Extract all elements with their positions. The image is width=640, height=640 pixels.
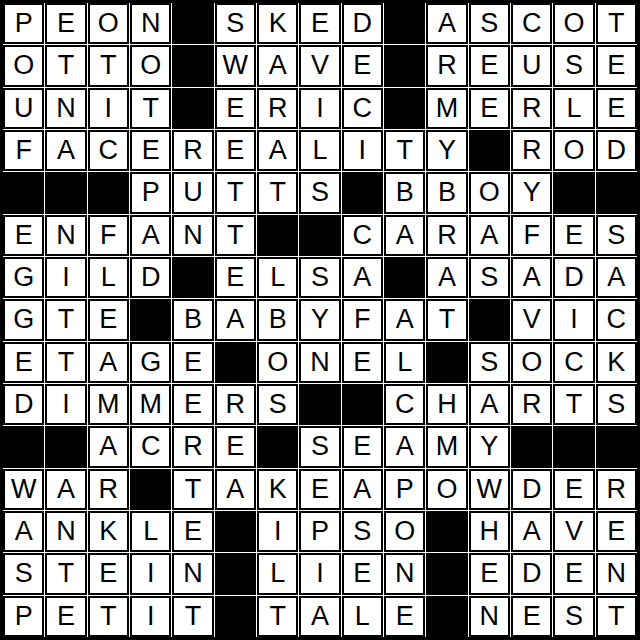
letter-cell-r4c1[interactable]: F: [3, 130, 44, 171]
letter-cell-r7c8[interactable]: S: [299, 257, 340, 298]
letter-cell-r3c6[interactable]: E: [215, 88, 256, 129]
letter-cell-r14c14[interactable]: E: [553, 553, 594, 594]
letter-cell-r10c10[interactable]: C: [384, 384, 425, 425]
letter-cell-r14c8[interactable]: I: [299, 553, 340, 594]
letter-cell-r7c6[interactable]: E: [215, 257, 256, 298]
letter-cell-r2c9[interactable]: E: [342, 45, 383, 86]
letter-cell-r1c7[interactable]: K: [257, 3, 298, 44]
letter-cell-r13c10[interactable]: O: [384, 511, 425, 552]
letter-cell-r13c13[interactable]: A: [511, 511, 552, 552]
letter-cell-r7c13[interactable]: A: [511, 257, 552, 298]
letter-cell-r14c3[interactable]: E: [88, 553, 129, 594]
letter-cell-r10c11[interactable]: H: [426, 384, 467, 425]
letter-cell-r7c3[interactable]: L: [88, 257, 129, 298]
letter-cell-r10c6[interactable]: R: [215, 384, 256, 425]
letter-cell-r2c13[interactable]: U: [511, 45, 552, 86]
letter-cell-r4c10[interactable]: T: [384, 130, 425, 171]
letter-cell-r3c14[interactable]: L: [553, 88, 594, 129]
letter-cell-r12c9[interactable]: A: [342, 469, 383, 510]
black-cell-r9c6: [215, 342, 256, 383]
letter-cell-r1c9[interactable]: D: [342, 3, 383, 44]
letter-cell-r6c6[interactable]: T: [215, 215, 256, 256]
black-cell-r11c2: [45, 426, 86, 467]
letter-cell-r12c7[interactable]: K: [257, 469, 298, 510]
letter-cell-r5c8[interactable]: S: [299, 172, 340, 213]
letter-cell-r13c14[interactable]: V: [553, 511, 594, 552]
letter-cell-r4c11[interactable]: Y: [426, 130, 467, 171]
letter-cell-r2c3[interactable]: T: [88, 45, 129, 86]
letter-cell-r14c2[interactable]: T: [45, 553, 86, 594]
black-cell-r8c4: [130, 299, 171, 340]
letter-cell-r1c13[interactable]: C: [511, 3, 552, 44]
letter-cell-r8c9[interactable]: F: [342, 299, 383, 340]
letter-cell-r6c14[interactable]: E: [553, 215, 594, 256]
letter-cell-r2c14[interactable]: S: [553, 45, 594, 86]
letter-cell-r13c3[interactable]: K: [88, 511, 129, 552]
letter-cell-r2c7[interactable]: A: [257, 45, 298, 86]
letter-cell-r6c13[interactable]: F: [511, 215, 552, 256]
letter-cell-r12c6[interactable]: A: [215, 469, 256, 510]
letter-cell-r6c4[interactable]: A: [130, 215, 171, 256]
letter-cell-r12c3[interactable]: R: [88, 469, 129, 510]
letter-cell-r14c9[interactable]: E: [342, 553, 383, 594]
letter-cell-r13c2[interactable]: N: [45, 511, 86, 552]
letter-cell-r7c1[interactable]: G: [3, 257, 44, 298]
letter-cell-r5c13[interactable]: Y: [511, 172, 552, 213]
letter-cell-r6c2[interactable]: N: [45, 215, 86, 256]
letter-cell-r10c7[interactable]: S: [257, 384, 298, 425]
letter-cell-r13c15[interactable]: E: [596, 511, 637, 552]
letter-cell-r1c2[interactable]: E: [45, 3, 86, 44]
letter-cell-r11c9[interactable]: E: [342, 426, 383, 467]
black-cell-r1c10: [384, 3, 425, 44]
crossword-grid: PEONSKEDASCOTOTTOWAVEREUSEUNITERICMERLEF…: [0, 0, 640, 640]
letter-cell-r4c7[interactable]: A: [257, 130, 298, 171]
letter-cell-r14c1[interactable]: S: [3, 553, 44, 594]
letter-cell-r4c15[interactable]: D: [596, 130, 637, 171]
black-cell-r11c15: [596, 426, 637, 467]
letter-cell-r9c8[interactable]: N: [299, 342, 340, 383]
letter-cell-r6c5[interactable]: N: [172, 215, 213, 256]
letter-cell-r4c3[interactable]: C: [88, 130, 129, 171]
letter-cell-r10c15[interactable]: S: [596, 384, 637, 425]
letter-cell-r13c9[interactable]: S: [342, 511, 383, 552]
letter-cell-r4c5[interactable]: R: [172, 130, 213, 171]
letter-cell-r5c10[interactable]: B: [384, 172, 425, 213]
letter-cell-r15c4[interactable]: I: [130, 596, 171, 637]
letter-cell-r3c13[interactable]: R: [511, 88, 552, 129]
black-cell-r9c11: [426, 342, 467, 383]
letter-cell-r6c1[interactable]: E: [3, 215, 44, 256]
black-cell-r14c11: [426, 553, 467, 594]
black-cell-r13c11: [426, 511, 467, 552]
black-cell-r11c13: [511, 426, 552, 467]
letter-cell-r10c1[interactable]: D: [3, 384, 44, 425]
black-cell-r5c3: [88, 172, 129, 213]
black-cell-r6c7: [257, 215, 298, 256]
letter-cell-r5c5[interactable]: U: [172, 172, 213, 213]
letter-cell-r4c6[interactable]: E: [215, 130, 256, 171]
black-cell-r11c14: [553, 426, 594, 467]
letter-cell-r12c15[interactable]: R: [596, 469, 637, 510]
letter-cell-r1c6[interactable]: S: [215, 3, 256, 44]
black-cell-r14c6: [215, 553, 256, 594]
letter-cell-r3c7[interactable]: R: [257, 88, 298, 129]
black-cell-r5c15: [596, 172, 637, 213]
letter-cell-r8c5[interactable]: B: [172, 299, 213, 340]
black-cell-r10c8: [299, 384, 340, 425]
letter-cell-r15c12[interactable]: N: [469, 596, 510, 637]
letter-cell-r12c8[interactable]: E: [299, 469, 340, 510]
letter-cell-r3c12[interactable]: E: [469, 88, 510, 129]
letter-cell-r3c11[interactable]: M: [426, 88, 467, 129]
letter-cell-r8c10[interactable]: A: [384, 299, 425, 340]
black-cell-r1c5: [172, 3, 213, 44]
letter-cell-r12c13[interactable]: D: [511, 469, 552, 510]
black-cell-r15c6: [215, 596, 256, 637]
letter-cell-r6c11[interactable]: R: [426, 215, 467, 256]
letter-cell-r9c12[interactable]: S: [469, 342, 510, 383]
letter-cell-r7c9[interactable]: A: [342, 257, 383, 298]
letter-cell-r8c6[interactable]: A: [215, 299, 256, 340]
letter-cell-r6c3[interactable]: F: [88, 215, 129, 256]
letter-cell-r9c3[interactable]: A: [88, 342, 129, 383]
letter-cell-r7c11[interactable]: A: [426, 257, 467, 298]
letter-cell-r8c1[interactable]: G: [3, 299, 44, 340]
letter-cell-r9c9[interactable]: E: [342, 342, 383, 383]
letter-cell-r15c14[interactable]: S: [553, 596, 594, 637]
black-cell-r3c10: [384, 88, 425, 129]
letter-cell-r9c7[interactable]: O: [257, 342, 298, 383]
letter-cell-r15c15[interactable]: T: [596, 596, 637, 637]
black-cell-r5c14: [553, 172, 594, 213]
black-cell-r11c7: [257, 426, 298, 467]
letter-cell-r9c2[interactable]: T: [45, 342, 86, 383]
letter-cell-r12c11[interactable]: O: [426, 469, 467, 510]
letter-cell-r14c4[interactable]: I: [130, 553, 171, 594]
letter-cell-r1c1[interactable]: P: [3, 3, 44, 44]
letter-cell-r2c11[interactable]: R: [426, 45, 467, 86]
letter-cell-r15c10[interactable]: E: [384, 596, 425, 637]
letter-cell-r2c2[interactable]: T: [45, 45, 86, 86]
letter-cell-r10c13[interactable]: R: [511, 384, 552, 425]
letter-cell-r11c5[interactable]: R: [172, 426, 213, 467]
letter-cell-r9c13[interactable]: O: [511, 342, 552, 383]
letter-cell-r5c11[interactable]: B: [426, 172, 467, 213]
letter-cell-r3c15[interactable]: E: [596, 88, 637, 129]
letter-cell-r6c12[interactable]: A: [469, 215, 510, 256]
letter-cell-r2c15[interactable]: E: [596, 45, 637, 86]
letter-cell-r7c14[interactable]: D: [553, 257, 594, 298]
letter-cell-r7c7[interactable]: L: [257, 257, 298, 298]
letter-cell-r12c5[interactable]: T: [172, 469, 213, 510]
letter-cell-r1c14[interactable]: O: [553, 3, 594, 44]
letter-cell-r1c12[interactable]: S: [469, 3, 510, 44]
letter-cell-r14c12[interactable]: E: [469, 553, 510, 594]
letter-cell-r10c4[interactable]: M: [130, 384, 171, 425]
letter-cell-r11c3[interactable]: A: [88, 426, 129, 467]
letter-cell-r2c4[interactable]: O: [130, 45, 171, 86]
letter-cell-r8c13[interactable]: V: [511, 299, 552, 340]
letter-cell-r2c1[interactable]: O: [3, 45, 44, 86]
letter-cell-r2c8[interactable]: V: [299, 45, 340, 86]
black-cell-r6c8: [299, 215, 340, 256]
letter-cell-r11c10[interactable]: A: [384, 426, 425, 467]
letter-cell-r1c4[interactable]: N: [130, 3, 171, 44]
letter-cell-r11c8[interactable]: S: [299, 426, 340, 467]
letter-cell-r9c10[interactable]: L: [384, 342, 425, 383]
letter-cell-r9c5[interactable]: E: [172, 342, 213, 383]
black-cell-r15c11: [426, 596, 467, 637]
letter-cell-r2c12[interactable]: E: [469, 45, 510, 86]
letter-cell-r11c4[interactable]: C: [130, 426, 171, 467]
letter-cell-r4c8[interactable]: L: [299, 130, 340, 171]
black-cell-r4c12: [469, 130, 510, 171]
letter-cell-r8c11[interactable]: T: [426, 299, 467, 340]
letter-cell-r8c14[interactable]: I: [553, 299, 594, 340]
letter-cell-r8c8[interactable]: Y: [299, 299, 340, 340]
letter-cell-r6c9[interactable]: C: [342, 215, 383, 256]
black-cell-r10c9: [342, 384, 383, 425]
letter-cell-r15c2[interactable]: E: [45, 596, 86, 637]
letter-cell-r10c2[interactable]: I: [45, 384, 86, 425]
letter-cell-r14c7[interactable]: L: [257, 553, 298, 594]
black-cell-r7c10: [384, 257, 425, 298]
letter-cell-r5c12[interactable]: O: [469, 172, 510, 213]
letter-cell-r13c8[interactable]: P: [299, 511, 340, 552]
letter-cell-r9c1[interactable]: E: [3, 342, 44, 383]
letter-cell-r3c3[interactable]: I: [88, 88, 129, 129]
black-cell-r5c1: [3, 172, 44, 213]
letter-cell-r1c8[interactable]: E: [299, 3, 340, 44]
letter-cell-r10c3[interactable]: M: [88, 384, 129, 425]
letter-cell-r12c14[interactable]: E: [553, 469, 594, 510]
letter-cell-r14c15[interactable]: N: [596, 553, 637, 594]
letter-cell-r1c11[interactable]: A: [426, 3, 467, 44]
letter-cell-r10c5[interactable]: E: [172, 384, 213, 425]
letter-cell-r15c7[interactable]: T: [257, 596, 298, 637]
letter-cell-r1c3[interactable]: O: [88, 3, 129, 44]
letter-cell-r4c14[interactable]: O: [553, 130, 594, 171]
letter-cell-r12c2[interactable]: A: [45, 469, 86, 510]
letter-cell-r15c5[interactable]: T: [172, 596, 213, 637]
letter-cell-r5c7[interactable]: T: [257, 172, 298, 213]
letter-cell-r8c7[interactable]: B: [257, 299, 298, 340]
letter-cell-r14c13[interactable]: D: [511, 553, 552, 594]
letter-cell-r12c10[interactable]: P: [384, 469, 425, 510]
black-cell-r5c9: [342, 172, 383, 213]
letter-cell-r6c10[interactable]: A: [384, 215, 425, 256]
letter-cell-r11c6[interactable]: E: [215, 426, 256, 467]
letter-cell-r4c13[interactable]: R: [511, 130, 552, 171]
letter-cell-r13c5[interactable]: E: [172, 511, 213, 552]
black-cell-r8c12: [469, 299, 510, 340]
letter-cell-r11c12[interactable]: Y: [469, 426, 510, 467]
letter-cell-r12c12[interactable]: W: [469, 469, 510, 510]
letter-cell-r5c6[interactable]: T: [215, 172, 256, 213]
letter-cell-r10c12[interactable]: A: [469, 384, 510, 425]
letter-cell-r15c9[interactable]: L: [342, 596, 383, 637]
black-cell-r3c5: [172, 88, 213, 129]
black-cell-r5c2: [45, 172, 86, 213]
letter-cell-r7c4[interactable]: D: [130, 257, 171, 298]
letter-cell-r9c15[interactable]: K: [596, 342, 637, 383]
letter-cell-r14c10[interactable]: N: [384, 553, 425, 594]
letter-cell-r8c2[interactable]: T: [45, 299, 86, 340]
letter-cell-r7c2[interactable]: I: [45, 257, 86, 298]
letter-cell-r3c1[interactable]: U: [3, 88, 44, 129]
letter-cell-r9c4[interactable]: G: [130, 342, 171, 383]
letter-cell-r10c14[interactable]: T: [553, 384, 594, 425]
letter-cell-r11c11[interactable]: M: [426, 426, 467, 467]
letter-cell-r9c14[interactable]: C: [553, 342, 594, 383]
letter-cell-r7c12[interactable]: S: [469, 257, 510, 298]
black-cell-r11c1: [3, 426, 44, 467]
letter-cell-r1c15[interactable]: T: [596, 3, 637, 44]
black-cell-r13c6: [215, 511, 256, 552]
letter-cell-r8c3[interactable]: E: [88, 299, 129, 340]
letter-cell-r7c15[interactable]: A: [596, 257, 637, 298]
black-cell-r7c5: [172, 257, 213, 298]
letter-cell-r13c4[interactable]: L: [130, 511, 171, 552]
letter-cell-r12c1[interactable]: W: [3, 469, 44, 510]
letter-cell-r15c1[interactable]: P: [3, 596, 44, 637]
letter-cell-r8c15[interactable]: C: [596, 299, 637, 340]
letter-cell-r3c2[interactable]: N: [45, 88, 86, 129]
letter-cell-r13c12[interactable]: H: [469, 511, 510, 552]
letter-cell-r3c8[interactable]: I: [299, 88, 340, 129]
letter-cell-r3c9[interactable]: C: [342, 88, 383, 129]
letter-cell-r15c3[interactable]: T: [88, 596, 129, 637]
letter-cell-r6c15[interactable]: S: [596, 215, 637, 256]
letter-cell-r4c9[interactable]: I: [342, 130, 383, 171]
black-cell-r12c4: [130, 469, 171, 510]
letter-cell-r4c2[interactable]: A: [45, 130, 86, 171]
letter-cell-r13c7[interactable]: I: [257, 511, 298, 552]
letter-cell-r15c8[interactable]: A: [299, 596, 340, 637]
letter-cell-r5c4[interactable]: P: [130, 172, 171, 213]
letter-cell-r14c5[interactable]: N: [172, 553, 213, 594]
letter-cell-r3c4[interactable]: T: [130, 88, 171, 129]
letter-cell-r2c6[interactable]: W: [215, 45, 256, 86]
black-cell-r2c10: [384, 45, 425, 86]
black-cell-r2c5: [172, 45, 213, 86]
letter-cell-r15c13[interactable]: E: [511, 596, 552, 637]
letter-cell-r4c4[interactable]: E: [130, 130, 171, 171]
letter-cell-r13c1[interactable]: A: [3, 511, 44, 552]
